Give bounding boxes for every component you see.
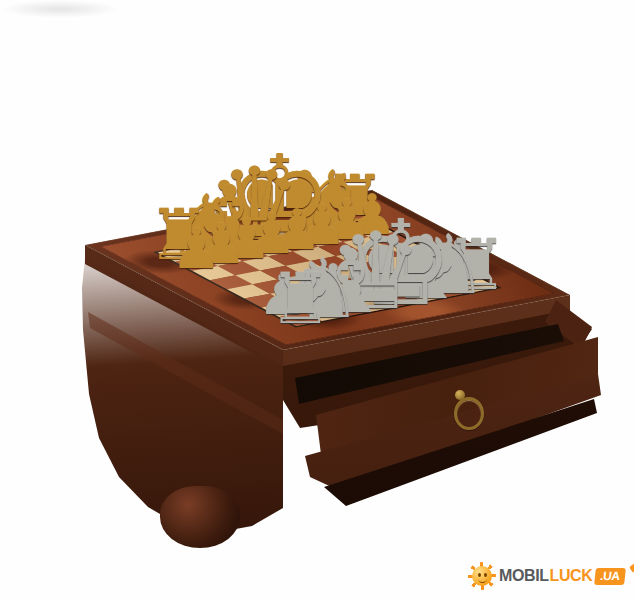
mobilluck-watermark: MOBIL LUCK .UA: [468, 558, 634, 594]
chess-set-product-photo: ♜♞♝♛♚♝♞♜♟♟♟♟♟♟♟♟♟♟♟♟♟♟♟♟♜♞♝♛♚♝♞♜ MOBIL L…: [0, 0, 634, 600]
paint-roller-head: [629, 560, 634, 573]
domain-badge: .UA: [595, 568, 627, 585]
brass-ring-handle-icon: [454, 397, 484, 430]
brand-text-luck: LUCK: [550, 567, 593, 585]
brand-text-mobil: MOBIL: [499, 567, 549, 585]
paint-roller-icon: [628, 560, 634, 592]
bun-foot: [160, 486, 240, 548]
ground-shadow: [0, 0, 120, 18]
sun-smile: [478, 575, 487, 583]
sun-logo-icon: [468, 562, 496, 590]
